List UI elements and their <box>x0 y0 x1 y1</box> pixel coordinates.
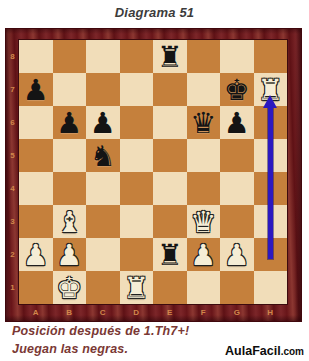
square-c4[interactable] <box>86 172 120 205</box>
square-d4[interactable] <box>120 172 154 205</box>
site-branding: AulaFacil.com <box>225 344 304 358</box>
square-a8[interactable] <box>19 40 53 73</box>
black-pawn: ♟ <box>86 106 120 139</box>
square-g7[interactable]: ♚ <box>220 73 254 106</box>
square-c5[interactable]: ♞ <box>86 139 120 172</box>
black-pawn: ♟ <box>19 73 53 106</box>
square-d7[interactable] <box>120 73 154 106</box>
file-label-g: G <box>220 305 254 320</box>
square-b5[interactable] <box>53 139 87 172</box>
white-pawn: ♟ <box>53 238 87 271</box>
square-a5[interactable] <box>19 139 53 172</box>
move-arrow-shaft <box>268 107 273 259</box>
square-c2[interactable] <box>86 238 120 271</box>
square-b1[interactable]: ♚ <box>53 271 87 304</box>
square-f3[interactable]: ♛ <box>187 205 221 238</box>
square-d6[interactable] <box>120 106 154 139</box>
white-pawn: ♟ <box>220 238 254 271</box>
square-d8[interactable] <box>120 40 154 73</box>
square-c6[interactable]: ♟ <box>86 106 120 139</box>
square-f2[interactable]: ♟ <box>187 238 221 271</box>
file-label-b: B <box>53 305 87 320</box>
rank-label-8: 8 <box>6 40 19 73</box>
square-a7[interactable]: ♟ <box>19 73 53 106</box>
square-e7[interactable] <box>153 73 187 106</box>
square-b2[interactable]: ♟ <box>53 238 87 271</box>
square-c3[interactable] <box>86 205 120 238</box>
square-a3[interactable] <box>19 205 53 238</box>
black-pawn: ♟ <box>220 106 254 139</box>
square-e6[interactable] <box>153 106 187 139</box>
square-c8[interactable] <box>86 40 120 73</box>
square-e3[interactable] <box>153 205 187 238</box>
black-king: ♚ <box>220 73 254 106</box>
site-name: AulaFacil <box>225 344 281 358</box>
square-a1[interactable] <box>19 271 53 304</box>
square-b6[interactable]: ♟ <box>53 106 87 139</box>
square-f7[interactable] <box>187 73 221 106</box>
square-a2[interactable]: ♟ <box>19 238 53 271</box>
square-e8[interactable]: ♜ <box>153 40 187 73</box>
rank-label-3: 3 <box>6 205 19 238</box>
square-g6[interactable]: ♟ <box>220 106 254 139</box>
square-h8[interactable] <box>254 40 288 73</box>
black-knight: ♞ <box>86 139 120 172</box>
square-g5[interactable] <box>220 139 254 172</box>
file-label-c: C <box>86 305 120 320</box>
square-h1[interactable] <box>254 271 288 304</box>
black-queen: ♛ <box>187 106 221 139</box>
square-g4[interactable] <box>220 172 254 205</box>
white-rook: ♜ <box>120 271 154 304</box>
black-pawn: ♟ <box>53 106 87 139</box>
caption-line-2: Juegan las negras. <box>12 342 128 356</box>
file-label-f: F <box>187 305 221 320</box>
rank-label-2: 2 <box>6 238 19 271</box>
square-e2[interactable]: ♜ <box>153 238 187 271</box>
black-rook: ♜ <box>153 238 187 271</box>
square-e4[interactable] <box>153 172 187 205</box>
chess-board: ♜♟♚♜♟♟♛♟♞♝♛♟♟♜♟♟♚♜ 87654321 ABCDEFGH <box>6 29 301 321</box>
square-b7[interactable] <box>53 73 87 106</box>
square-g2[interactable]: ♟ <box>220 238 254 271</box>
square-a4[interactable] <box>19 172 53 205</box>
rank-label-5: 5 <box>6 139 19 172</box>
square-b3[interactable]: ♝ <box>53 205 87 238</box>
file-label-h: H <box>254 305 288 320</box>
square-f1[interactable] <box>187 271 221 304</box>
white-queen: ♛ <box>187 205 221 238</box>
board-grid: ♜♟♚♜♟♟♛♟♞♝♛♟♟♜♟♟♚♜ <box>19 40 287 304</box>
rank-label-6: 6 <box>6 106 19 139</box>
square-c7[interactable] <box>86 73 120 106</box>
site-tld: .com <box>281 346 304 357</box>
square-d5[interactable] <box>120 139 154 172</box>
white-pawn: ♟ <box>19 238 53 271</box>
square-e5[interactable] <box>153 139 187 172</box>
page-title: Diagrama 51 <box>0 5 309 20</box>
square-f6[interactable]: ♛ <box>187 106 221 139</box>
square-g8[interactable] <box>220 40 254 73</box>
square-b8[interactable] <box>53 40 87 73</box>
rank-label-7: 7 <box>6 73 19 106</box>
square-d3[interactable] <box>120 205 154 238</box>
square-f8[interactable] <box>187 40 221 73</box>
caption-line-1: Posición después de 1.Th7+! <box>12 324 189 338</box>
square-b4[interactable] <box>53 172 87 205</box>
white-bishop: ♝ <box>53 205 87 238</box>
rank-label-4: 4 <box>6 172 19 205</box>
file-label-e: E <box>153 305 187 320</box>
black-rook: ♜ <box>153 40 187 73</box>
square-d2[interactable] <box>120 238 154 271</box>
file-label-d: D <box>120 305 154 320</box>
square-f4[interactable] <box>187 172 221 205</box>
square-g1[interactable] <box>220 271 254 304</box>
move-arrow-head <box>263 95 277 108</box>
square-a6[interactable] <box>19 106 53 139</box>
square-c1[interactable] <box>86 271 120 304</box>
white-king: ♚ <box>53 271 87 304</box>
square-d1[interactable]: ♜ <box>120 271 154 304</box>
file-label-a: A <box>19 305 53 320</box>
square-e1[interactable] <box>153 271 187 304</box>
square-g3[interactable] <box>220 205 254 238</box>
white-pawn: ♟ <box>187 238 221 271</box>
rank-label-1: 1 <box>6 271 19 304</box>
square-f5[interactable] <box>187 139 221 172</box>
